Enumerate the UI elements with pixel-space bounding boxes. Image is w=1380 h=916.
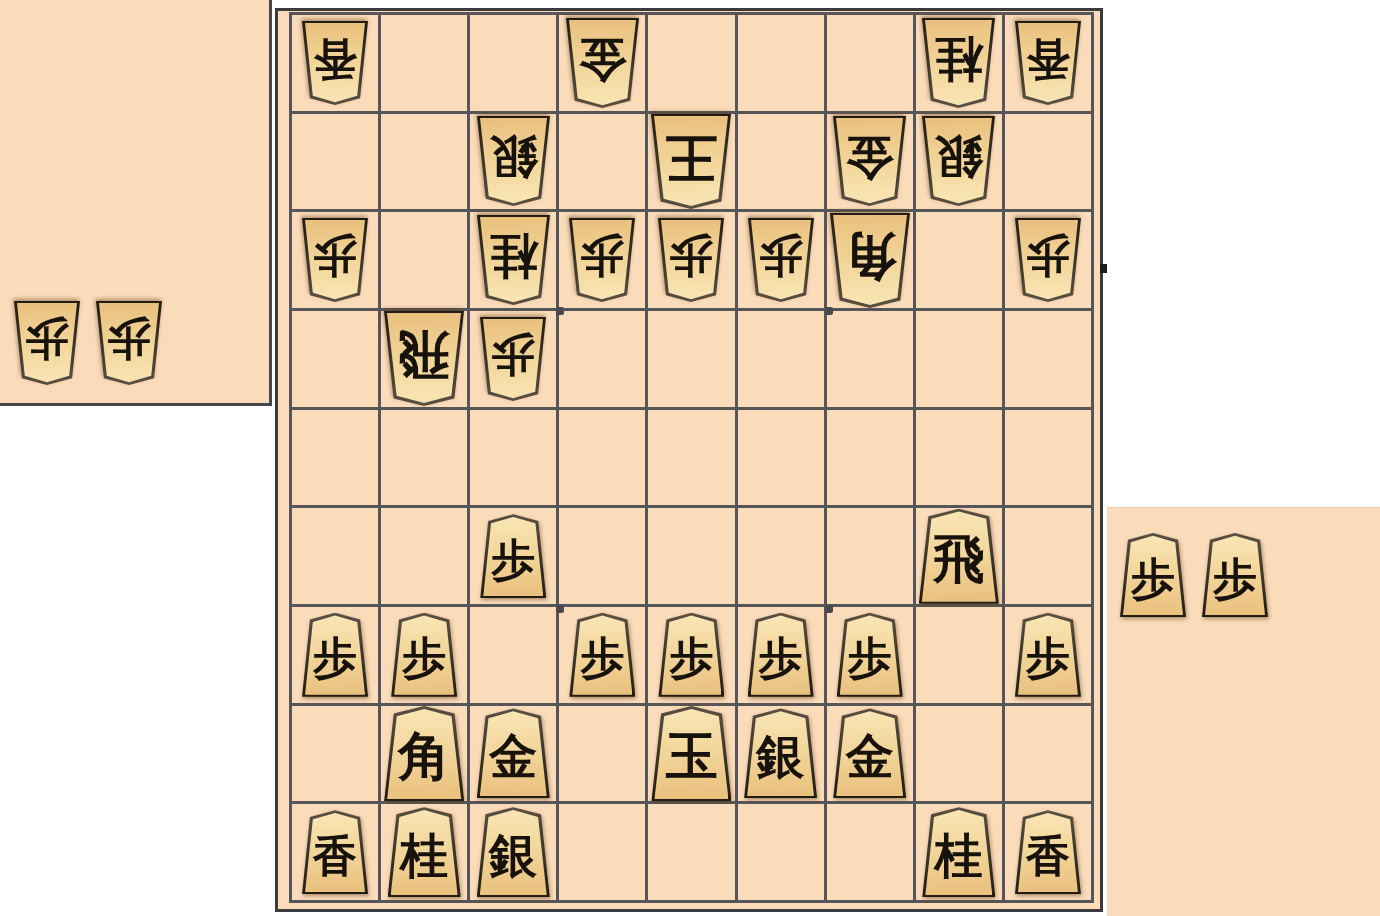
square-4h[interactable]: 銀: [738, 706, 824, 802]
pawn-kanji-glyph: 歩: [1015, 218, 1081, 302]
piece-7c-gote-knight[interactable]: 桂: [477, 215, 550, 305]
square-9b[interactable]: [292, 114, 378, 210]
bishop-kanji-glyph: 角: [384, 706, 464, 801]
piece-8d-gote-rook[interactable]: 飛: [384, 311, 464, 406]
rook-kanji-glyph: 飛: [384, 311, 464, 406]
square-9i[interactable]: 香: [292, 804, 378, 900]
piece-2i-sente-knight[interactable]: 桂: [922, 807, 995, 897]
pawn-kanji-glyph: 歩: [748, 613, 814, 697]
pawn-kanji-glyph: 歩: [658, 218, 724, 302]
square-2i[interactable]: 桂: [916, 804, 1002, 900]
square-4a[interactable]: [738, 15, 824, 111]
square-1h[interactable]: [1005, 706, 1091, 802]
square-1c[interactable]: 歩: [1005, 212, 1091, 308]
square-3d[interactable]: [827, 311, 913, 407]
knight-kanji-glyph: 桂: [477, 215, 550, 305]
piece-1a-gote-lance[interactable]: 香: [1015, 21, 1081, 105]
piece-3g-sente-pawn[interactable]: 歩: [837, 613, 903, 697]
square-9d[interactable]: [292, 311, 378, 407]
piece-9i-sente-lance[interactable]: 香: [302, 810, 368, 894]
hand-piece-sente-pawn-2[interactable]: 歩: [1202, 533, 1268, 617]
piece-5h-sente-king[interactable]: 玉: [651, 706, 731, 801]
pawn-kanji-glyph: 歩: [837, 613, 903, 697]
piece-7f-sente-pawn[interactable]: 歩: [480, 514, 546, 598]
pawn-kanji-glyph: 歩: [302, 218, 368, 302]
piece-2b-gote-silver[interactable]: 銀: [922, 116, 995, 206]
square-5d[interactable]: [648, 311, 734, 407]
square-9c[interactable]: 歩: [292, 212, 378, 308]
square-4b[interactable]: [738, 114, 824, 210]
knight-kanji-glyph: 桂: [922, 18, 995, 108]
pawn-kanji-glyph: 歩: [569, 218, 635, 302]
square-9e[interactable]: [292, 410, 378, 506]
square-6c[interactable]: 歩: [559, 212, 645, 308]
square-1d[interactable]: [1005, 311, 1091, 407]
square-3g[interactable]: 歩: [827, 607, 913, 703]
gote-captured-tray: 歩歩: [0, 0, 272, 406]
piece-1g-sente-pawn[interactable]: 歩: [1015, 613, 1081, 697]
square-6h[interactable]: [559, 706, 645, 802]
square-8f[interactable]: [381, 508, 467, 604]
piece-5g-sente-pawn[interactable]: 歩: [658, 613, 724, 697]
square-5f[interactable]: [648, 508, 734, 604]
knight-kanji-glyph: 桂: [388, 807, 461, 897]
square-3b[interactable]: 金: [827, 114, 913, 210]
square-2g[interactable]: [916, 607, 1002, 703]
square-9f[interactable]: [292, 508, 378, 604]
hand-piece-gote-pawn-2[interactable]: 歩: [96, 301, 162, 385]
silver-kanji-glyph: 銀: [477, 807, 550, 897]
piece-4g-sente-pawn[interactable]: 歩: [748, 613, 814, 697]
sente-captured-tray: 歩歩: [1107, 507, 1380, 916]
piece-7h-sente-gold[interactable]: 金: [477, 708, 550, 798]
square-2h[interactable]: [916, 706, 1002, 802]
pawn-kanji-glyph: 歩: [1202, 533, 1268, 617]
king-kanji-glyph: 王: [651, 114, 731, 209]
square-7e[interactable]: [470, 410, 556, 506]
piece-9g-sente-pawn[interactable]: 歩: [302, 613, 368, 697]
square-4f[interactable]: [738, 508, 824, 604]
square-2c[interactable]: [916, 212, 1002, 308]
square-2d[interactable]: [916, 311, 1002, 407]
square-3f[interactable]: [827, 508, 913, 604]
square-2b[interactable]: 銀: [916, 114, 1002, 210]
piece-4c-gote-pawn[interactable]: 歩: [748, 218, 814, 302]
square-8c[interactable]: [381, 212, 467, 308]
square-7h[interactable]: 金: [470, 706, 556, 802]
square-7g[interactable]: [470, 607, 556, 703]
square-6g[interactable]: 歩: [559, 607, 645, 703]
square-7i[interactable]: 銀: [470, 804, 556, 900]
hand-piece-sente-pawn-1[interactable]: 歩: [1120, 533, 1186, 617]
square-8h[interactable]: 角: [381, 706, 467, 802]
gold-kanji-glyph: 金: [477, 708, 550, 798]
square-7b[interactable]: 銀: [470, 114, 556, 210]
piece-8g-sente-pawn[interactable]: 歩: [391, 613, 457, 697]
rook-kanji-glyph: 飛: [919, 509, 999, 604]
silver-kanji-glyph: 銀: [477, 116, 550, 206]
piece-3b-gote-gold[interactable]: 金: [833, 116, 906, 206]
square-5i[interactable]: [648, 804, 734, 900]
square-5b[interactable]: 王: [648, 114, 734, 210]
square-4i[interactable]: [738, 804, 824, 900]
piece-7d-gote-pawn[interactable]: 歩: [480, 317, 546, 401]
lance-kanji-glyph: 香: [302, 810, 368, 894]
square-2a[interactable]: 桂: [916, 15, 1002, 111]
square-7d[interactable]: 歩: [470, 311, 556, 407]
gold-kanji-glyph: 金: [566, 18, 639, 108]
square-9h[interactable]: [292, 706, 378, 802]
board-edge-mark: [1100, 264, 1107, 273]
square-5c[interactable]: 歩: [648, 212, 734, 308]
square-4e[interactable]: [738, 410, 824, 506]
square-5h[interactable]: 玉: [648, 706, 734, 802]
piece-6g-sente-pawn[interactable]: 歩: [569, 613, 635, 697]
lance-kanji-glyph: 香: [1015, 810, 1081, 894]
pawn-kanji-glyph: 歩: [96, 301, 162, 385]
piece-8h-sente-bishop[interactable]: 角: [384, 706, 464, 801]
piece-5c-gote-pawn[interactable]: 歩: [658, 218, 724, 302]
square-6i[interactable]: [559, 804, 645, 900]
square-1e[interactable]: [1005, 410, 1091, 506]
piece-5b-gote-king[interactable]: 王: [651, 114, 731, 209]
bishop-kanji-glyph: 角: [830, 213, 910, 308]
pawn-kanji-glyph: 歩: [1015, 613, 1081, 697]
square-6b[interactable]: [559, 114, 645, 210]
square-8d[interactable]: 飛: [381, 311, 467, 407]
square-6f[interactable]: [559, 508, 645, 604]
gold-kanji-glyph: 金: [833, 116, 906, 206]
square-5e[interactable]: [648, 410, 734, 506]
lance-kanji-glyph: 香: [1015, 21, 1081, 105]
square-2f[interactable]: 飛: [916, 508, 1002, 604]
piece-4h-sente-silver[interactable]: 銀: [744, 708, 817, 798]
piece-3c-gote-bishop[interactable]: 角: [830, 213, 910, 308]
lance-kanji-glyph: 香: [302, 21, 368, 105]
square-3e[interactable]: [827, 410, 913, 506]
square-1g[interactable]: 歩: [1005, 607, 1091, 703]
square-8i[interactable]: 桂: [381, 804, 467, 900]
square-4c[interactable]: 歩: [738, 212, 824, 308]
pawn-kanji-glyph: 歩: [302, 613, 368, 697]
square-7f[interactable]: 歩: [470, 508, 556, 604]
board-grid: 香金桂香銀王金銀歩桂歩歩歩角歩飛歩歩飛歩歩歩歩歩歩歩角金玉銀金香桂銀桂香: [289, 12, 1094, 903]
square-3a[interactable]: [827, 15, 913, 111]
square-5g[interactable]: 歩: [648, 607, 734, 703]
square-1i[interactable]: 香: [1005, 804, 1091, 900]
piece-1i-sente-lance[interactable]: 香: [1015, 810, 1081, 894]
piece-6c-gote-pawn[interactable]: 歩: [569, 218, 635, 302]
piece-2a-gote-knight[interactable]: 桂: [922, 18, 995, 108]
square-8e[interactable]: [381, 410, 467, 506]
square-6e[interactable]: [559, 410, 645, 506]
piece-8i-sente-knight[interactable]: 桂: [388, 807, 461, 897]
piece-6a-gote-gold[interactable]: 金: [566, 18, 639, 108]
pawn-kanji-glyph: 歩: [1120, 533, 1186, 617]
square-8b[interactable]: [381, 114, 467, 210]
piece-7b-gote-silver[interactable]: 銀: [477, 116, 550, 206]
square-4g[interactable]: 歩: [738, 607, 824, 703]
pawn-kanji-glyph: 歩: [658, 613, 724, 697]
star-point: [825, 307, 833, 315]
square-3c[interactable]: 角: [827, 212, 913, 308]
square-3i[interactable]: [827, 804, 913, 900]
star-point: [825, 605, 833, 613]
piece-2f-sente-rook[interactable]: 飛: [919, 509, 999, 604]
square-6d[interactable]: [559, 311, 645, 407]
gold-kanji-glyph: 金: [833, 708, 906, 798]
square-9g[interactable]: 歩: [292, 607, 378, 703]
pawn-kanji-glyph: 歩: [480, 317, 546, 401]
piece-7i-sente-silver[interactable]: 銀: [477, 807, 550, 897]
pawn-kanji-glyph: 歩: [569, 613, 635, 697]
square-9a[interactable]: 香: [292, 15, 378, 111]
silver-kanji-glyph: 銀: [922, 116, 995, 206]
shogi-board: 香金桂香銀王金銀歩桂歩歩歩角歩飛歩歩飛歩歩歩歩歩歩歩角金玉銀金香桂銀桂香: [275, 8, 1103, 912]
knight-kanji-glyph: 桂: [922, 807, 995, 897]
pawn-kanji-glyph: 歩: [748, 218, 814, 302]
square-1b[interactable]: [1005, 114, 1091, 210]
pawn-kanji-glyph: 歩: [391, 613, 457, 697]
square-1f[interactable]: [1005, 508, 1091, 604]
square-5a[interactable]: [648, 15, 734, 111]
star-point: [556, 307, 564, 315]
square-4d[interactable]: [738, 311, 824, 407]
piece-9a-gote-lance[interactable]: 香: [302, 21, 368, 105]
pawn-kanji-glyph: 歩: [480, 514, 546, 598]
square-3h[interactable]: 金: [827, 706, 913, 802]
silver-kanji-glyph: 銀: [744, 708, 817, 798]
piece-1c-gote-pawn[interactable]: 歩: [1015, 218, 1081, 302]
pawn-kanji-glyph: 歩: [14, 301, 80, 385]
square-8a[interactable]: [381, 15, 467, 111]
piece-3h-sente-gold[interactable]: 金: [833, 708, 906, 798]
star-point: [556, 605, 564, 613]
square-7a[interactable]: [470, 15, 556, 111]
square-2e[interactable]: [916, 410, 1002, 506]
square-1a[interactable]: 香: [1005, 15, 1091, 111]
square-8g[interactable]: 歩: [381, 607, 467, 703]
hand-piece-gote-pawn-1[interactable]: 歩: [14, 301, 80, 385]
king-kanji-glyph: 玉: [651, 706, 731, 801]
piece-9c-gote-pawn[interactable]: 歩: [302, 218, 368, 302]
square-6a[interactable]: 金: [559, 15, 645, 111]
square-7c[interactable]: 桂: [470, 212, 556, 308]
